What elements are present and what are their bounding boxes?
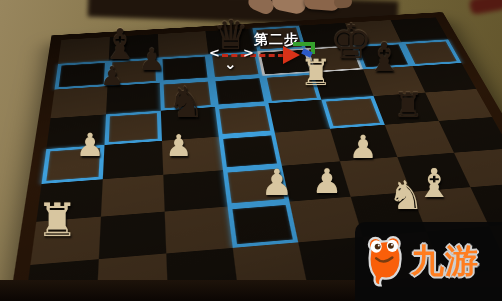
piece-black-rook-h6[interactable]: ♜ <box>393 88 423 122</box>
square-d5[interactable] <box>215 103 275 137</box>
move-arrow-icon <box>283 46 300 64</box>
square-d2[interactable] <box>228 202 299 248</box>
piece-white-pawn-g5[interactable]: ♟ <box>349 131 378 163</box>
piece-white-pawn-c5[interactable]: ♟ <box>166 131 193 161</box>
square-a6[interactable] <box>51 86 108 118</box>
square-b4[interactable] <box>103 141 163 179</box>
finger <box>271 0 308 15</box>
square-c3[interactable] <box>163 170 227 212</box>
jiuyou-watermark[interactable]: 九游 <box>355 222 502 301</box>
square-e4[interactable] <box>275 129 340 166</box>
square-b2[interactable] <box>99 212 166 259</box>
piece-black-pawn-a7[interactable]: ♟ <box>100 63 123 89</box>
gizmo-green-axis-icon <box>293 42 315 46</box>
square-f5[interactable] <box>321 96 385 129</box>
square-h2[interactable] <box>470 183 502 226</box>
piece-white-rook-a3[interactable]: ♜ <box>36 197 77 243</box>
piece-black-knight-c6[interactable]: ♞ <box>167 82 205 124</box>
player-hand <box>242 0 352 30</box>
piece-white-rook-f7[interactable]: ♜ <box>300 55 332 91</box>
square-h7[interactable] <box>401 39 461 66</box>
game-screenshot: ♝♟♟♛♞♚♝♜♜♟♟♟♟♟♞♝♜ 第二步 < > ⌄ <box>0 0 502 301</box>
square-e5[interactable] <box>268 99 330 132</box>
square-c2[interactable] <box>165 207 233 253</box>
piece-black-bishop-b8[interactable]: ♝ <box>101 24 139 66</box>
jiuyou-brand-text: 九游 <box>411 239 479 284</box>
square-h4[interactable] <box>439 117 502 152</box>
background-object <box>469 0 502 15</box>
piece-white-pawn-b5[interactable]: ♟ <box>76 129 105 161</box>
jiuyou-mascot-icon <box>363 231 407 293</box>
square-h5[interactable] <box>425 89 492 121</box>
square-g4[interactable] <box>385 121 454 157</box>
square-d6[interactable] <box>211 76 268 107</box>
piece-white-pawn-e4[interactable]: ♟ <box>261 165 293 201</box>
square-b3[interactable] <box>101 174 165 216</box>
finger <box>333 0 352 9</box>
piece-white-bishop-h4[interactable]: ♝ <box>416 163 452 203</box>
piece-black-bishop-h8[interactable]: ♝ <box>366 37 402 77</box>
piece-black-pawn-c7[interactable]: ♟ <box>139 45 166 75</box>
piece-white-pawn-f4[interactable]: ♟ <box>312 164 342 198</box>
square-h3[interactable] <box>454 148 502 187</box>
square-b5[interactable] <box>105 110 162 145</box>
tutorial-step-label: 第二步 <box>254 31 299 49</box>
square-e2[interactable] <box>290 197 363 242</box>
